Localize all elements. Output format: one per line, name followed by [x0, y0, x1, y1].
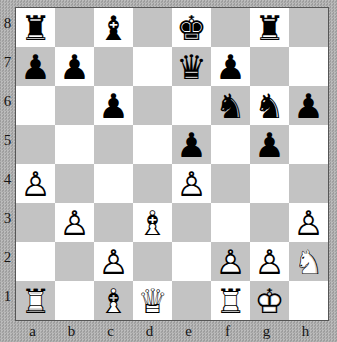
- piece-glyph: ♕: [133, 281, 172, 320]
- square-h7[interactable]: [289, 47, 328, 86]
- piece-glyph: ♜: [250, 8, 289, 47]
- square-b2[interactable]: [55, 242, 94, 281]
- square-g7[interactable]: [250, 47, 289, 86]
- rank-label-8: 8: [0, 4, 15, 43]
- square-f2[interactable]: ♟♙: [211, 242, 250, 281]
- square-h2[interactable]: ♞♘: [289, 242, 328, 281]
- black-rook-a8[interactable]: ♜: [16, 8, 55, 47]
- piece-glyph: ♘: [289, 242, 328, 281]
- square-h5[interactable]: [289, 125, 328, 164]
- white-pawn-g2[interactable]: ♟♙: [250, 242, 289, 281]
- square-f7[interactable]: ♟: [211, 47, 250, 86]
- square-e4[interactable]: ♟♙: [172, 164, 211, 203]
- white-pawn-e4[interactable]: ♟♙: [172, 164, 211, 203]
- square-c5[interactable]: [94, 125, 133, 164]
- piece-glyph: ♟: [94, 86, 133, 125]
- piece-glyph: ♟: [289, 86, 328, 125]
- chess-board: ♜♝♚♜♟♟♛♟♟♞♞♟♟♟♟♙♟♙♟♙♝♗♟♙♟♙♟♙♟♙♞♘♜♖♝♗♛♕♜♖…: [15, 7, 329, 321]
- square-f5[interactable]: [211, 125, 250, 164]
- black-pawn-a7[interactable]: ♟: [16, 47, 55, 86]
- square-g4[interactable]: [250, 164, 289, 203]
- black-king-e8[interactable]: ♚: [172, 8, 211, 47]
- square-a3[interactable]: [16, 203, 55, 242]
- file-label-g: g: [247, 322, 286, 340]
- square-a1[interactable]: ♜♖: [16, 281, 55, 320]
- black-pawn-h6[interactable]: ♟: [289, 86, 328, 125]
- rank-label-2: 2: [0, 238, 15, 277]
- square-a4[interactable]: ♟♙: [16, 164, 55, 203]
- piece-glyph: ♟: [211, 47, 250, 86]
- piece-glyph: ♗: [133, 203, 172, 242]
- square-h3[interactable]: ♟♙: [289, 203, 328, 242]
- piece-glyph: ♖: [211, 281, 250, 320]
- square-d2[interactable]: [133, 242, 172, 281]
- square-d4[interactable]: [133, 164, 172, 203]
- piece-glyph: ♙: [172, 164, 211, 203]
- file-labels: abcdefgh: [13, 322, 325, 340]
- square-g1[interactable]: ♚♔: [250, 281, 289, 320]
- square-g6[interactable]: ♞: [250, 86, 289, 125]
- white-rook-f1[interactable]: ♜♖: [211, 281, 250, 320]
- black-pawn-e5[interactable]: ♟: [172, 125, 211, 164]
- white-pawn-h3[interactable]: ♟♙: [289, 203, 328, 242]
- white-bishop-d3[interactable]: ♝♗: [133, 203, 172, 242]
- black-pawn-g5[interactable]: ♟: [250, 125, 289, 164]
- black-pawn-b7[interactable]: ♟: [55, 47, 94, 86]
- square-d3[interactable]: ♝♗: [133, 203, 172, 242]
- square-d5[interactable]: [133, 125, 172, 164]
- black-knight-f6[interactable]: ♞: [211, 86, 250, 125]
- black-pawn-c6[interactable]: ♟: [94, 86, 133, 125]
- piece-glyph: ♛: [172, 47, 211, 86]
- square-f1[interactable]: ♜♖: [211, 281, 250, 320]
- piece-glyph: ♜: [16, 8, 55, 47]
- square-e1[interactable]: [172, 281, 211, 320]
- rank-label-5: 5: [0, 121, 15, 160]
- white-bishop-c1[interactable]: ♝♗: [94, 281, 133, 320]
- piece-glyph: ♙: [289, 203, 328, 242]
- square-h6[interactable]: ♟: [289, 86, 328, 125]
- square-c7[interactable]: [94, 47, 133, 86]
- piece-glyph: ♙: [211, 242, 250, 281]
- square-f4[interactable]: [211, 164, 250, 203]
- square-b6[interactable]: [55, 86, 94, 125]
- piece-glyph: ♟: [16, 47, 55, 86]
- square-c4[interactable]: [94, 164, 133, 203]
- white-king-g1[interactable]: ♚♔: [250, 281, 289, 320]
- square-d1[interactable]: ♛♕: [133, 281, 172, 320]
- white-knight-h2[interactable]: ♞♘: [289, 242, 328, 281]
- square-c8[interactable]: ♝: [94, 8, 133, 47]
- square-b1[interactable]: [55, 281, 94, 320]
- square-b8[interactable]: [55, 8, 94, 47]
- square-a7[interactable]: ♟: [16, 47, 55, 86]
- rank-label-7: 7: [0, 43, 15, 82]
- file-label-d: d: [130, 322, 169, 340]
- piece-glyph: ♙: [55, 203, 94, 242]
- chess-diagram: 87654321 ♜♝♚♜♟♟♛♟♟♞♞♟♟♟♟♙♟♙♟♙♝♗♟♙♟♙♟♙♟♙♞…: [0, 0, 337, 342]
- square-h4[interactable]: [289, 164, 328, 203]
- file-label-h: h: [286, 322, 325, 340]
- piece-glyph: ♝: [94, 8, 133, 47]
- square-e7[interactable]: ♛: [172, 47, 211, 86]
- black-rook-g8[interactable]: ♜: [250, 8, 289, 47]
- piece-glyph: ♔: [250, 281, 289, 320]
- square-c3[interactable]: [94, 203, 133, 242]
- piece-glyph: ♞: [211, 86, 250, 125]
- file-label-c: c: [91, 322, 130, 340]
- square-c1[interactable]: ♝♗: [94, 281, 133, 320]
- file-label-a: a: [13, 322, 52, 340]
- square-b7[interactable]: ♟: [55, 47, 94, 86]
- piece-glyph: ♞: [250, 86, 289, 125]
- piece-glyph: ♖: [16, 281, 55, 320]
- white-pawn-b3[interactable]: ♟♙: [55, 203, 94, 242]
- square-g3[interactable]: [250, 203, 289, 242]
- square-a6[interactable]: [16, 86, 55, 125]
- black-bishop-c8[interactable]: ♝: [94, 8, 133, 47]
- square-e6[interactable]: [172, 86, 211, 125]
- square-e5[interactable]: ♟: [172, 125, 211, 164]
- rank-label-3: 3: [0, 199, 15, 238]
- square-b4[interactable]: [55, 164, 94, 203]
- square-a5[interactable]: [16, 125, 55, 164]
- piece-glyph: ♙: [16, 164, 55, 203]
- square-d8[interactable]: [133, 8, 172, 47]
- square-f6[interactable]: ♞: [211, 86, 250, 125]
- square-e8[interactable]: ♚: [172, 8, 211, 47]
- file-label-f: f: [208, 322, 247, 340]
- white-pawn-c2[interactable]: ♟♙: [94, 242, 133, 281]
- piece-glyph: ♙: [250, 242, 289, 281]
- square-b3[interactable]: ♟♙: [55, 203, 94, 242]
- black-pawn-f7[interactable]: ♟: [211, 47, 250, 86]
- piece-glyph: ♟: [250, 125, 289, 164]
- square-f3[interactable]: [211, 203, 250, 242]
- square-h8[interactable]: [289, 8, 328, 47]
- rank-label-4: 4: [0, 160, 15, 199]
- rank-labels: 87654321: [0, 8, 15, 320]
- piece-glyph: ♚: [172, 8, 211, 47]
- square-b5[interactable]: [55, 125, 94, 164]
- file-label-e: e: [169, 322, 208, 340]
- square-g8[interactable]: ♜: [250, 8, 289, 47]
- square-c6[interactable]: ♟: [94, 86, 133, 125]
- square-c2[interactable]: ♟♙: [94, 242, 133, 281]
- white-pawn-a4[interactable]: ♟♙: [16, 164, 55, 203]
- piece-glyph: ♟: [55, 47, 94, 86]
- file-label-b: b: [52, 322, 91, 340]
- square-e2[interactable]: [172, 242, 211, 281]
- square-g2[interactable]: ♟♙: [250, 242, 289, 281]
- white-rook-a1[interactable]: ♜♖: [16, 281, 55, 320]
- square-e3[interactable]: [172, 203, 211, 242]
- white-queen-d1[interactable]: ♛♕: [133, 281, 172, 320]
- rank-label-1: 1: [0, 277, 15, 316]
- piece-glyph: ♟: [172, 125, 211, 164]
- square-f8[interactable]: [211, 8, 250, 47]
- square-a8[interactable]: ♜: [16, 8, 55, 47]
- square-g5[interactable]: ♟: [250, 125, 289, 164]
- black-knight-g6[interactable]: ♞: [250, 86, 289, 125]
- square-d7[interactable]: [133, 47, 172, 86]
- piece-glyph: ♗: [94, 281, 133, 320]
- rank-label-6: 6: [0, 82, 15, 121]
- square-d6[interactable]: [133, 86, 172, 125]
- piece-glyph: ♙: [94, 242, 133, 281]
- square-a2[interactable]: [16, 242, 55, 281]
- white-pawn-f2[interactable]: ♟♙: [211, 242, 250, 281]
- black-queen-e7[interactable]: ♛: [172, 47, 211, 86]
- square-h1[interactable]: [289, 281, 328, 320]
